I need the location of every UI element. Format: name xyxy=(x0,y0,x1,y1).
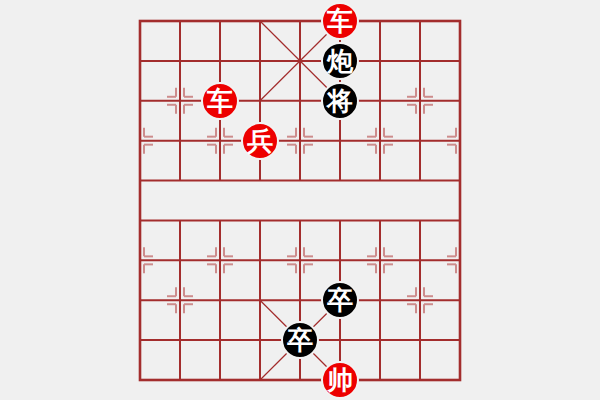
piece-red-chariot-left[interactable]: 车 xyxy=(201,82,239,120)
piece-black-cannon[interactable]: 炮 xyxy=(321,42,359,80)
piece-glyph: 车 xyxy=(207,88,233,114)
piece-red-soldier[interactable]: 兵 xyxy=(241,122,279,160)
piece-glyph: 车 xyxy=(327,8,353,34)
piece-glyph: 帅 xyxy=(327,367,353,393)
piece-glyph: 卒 xyxy=(287,327,313,353)
piece-glyph: 兵 xyxy=(247,128,273,154)
piece-glyph: 卒 xyxy=(327,287,353,313)
piece-black-soldier-low[interactable]: 卒 xyxy=(281,321,319,359)
piece-black-soldier-high[interactable]: 卒 xyxy=(321,281,359,319)
piece-glyph: 将 xyxy=(327,88,353,114)
piece-red-general[interactable]: 帅 xyxy=(321,361,359,399)
xiangqi-screen: 车炮将车兵卒卒帅 xyxy=(0,0,600,400)
piece-red-chariot-top[interactable]: 车 xyxy=(321,2,359,40)
piece-black-general[interactable]: 将 xyxy=(321,82,359,120)
piece-glyph: 炮 xyxy=(327,48,353,74)
